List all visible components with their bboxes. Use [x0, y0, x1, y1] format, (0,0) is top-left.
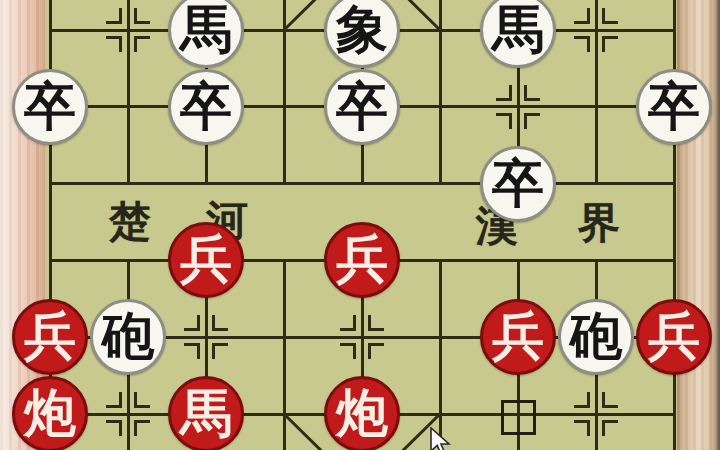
piece-glyph: 象: [336, 4, 388, 56]
position-marker: [496, 85, 540, 129]
piece-red-兵[interactable]: 兵: [324, 222, 400, 298]
piece-glyph: 兵: [336, 234, 388, 286]
piece-black-卒[interactable]: 卒: [324, 69, 400, 145]
piece-red-兵[interactable]: 兵: [480, 299, 556, 375]
piece-red-兵[interactable]: 兵: [168, 222, 244, 298]
piece-glyph: 炮: [24, 388, 76, 440]
position-marker: [106, 392, 150, 436]
position-marker: [340, 315, 384, 359]
position-marker: [574, 8, 618, 52]
piece-glyph: 卒: [336, 81, 388, 133]
xiangqi-video-frame: 楚河漢界 馬象馬卒卒卒卒卒砲砲兵兵兵兵兵炮馬炮: [0, 0, 720, 450]
piece-black-卒[interactable]: 卒: [480, 146, 556, 222]
piece-black-卒[interactable]: 卒: [636, 69, 712, 145]
piece-red-馬[interactable]: 馬: [168, 376, 244, 450]
mouse-cursor-icon: [430, 427, 456, 450]
river-label: 界: [578, 202, 620, 244]
piece-black-卒[interactable]: 卒: [12, 69, 88, 145]
position-marker: [184, 315, 228, 359]
piece-glyph: 兵: [24, 311, 76, 363]
piece-glyph: 兵: [648, 311, 700, 363]
piece-glyph: 卒: [24, 81, 76, 133]
piece-glyph: 兵: [180, 234, 232, 286]
piece-red-兵[interactable]: 兵: [12, 299, 88, 375]
piece-red-炮[interactable]: 炮: [324, 376, 400, 450]
river-label: 楚: [109, 201, 151, 243]
position-marker: [574, 392, 618, 436]
piece-glyph: 馬: [492, 4, 544, 56]
last-move-marker: [501, 400, 536, 435]
piece-black-卒[interactable]: 卒: [168, 69, 244, 145]
piece-black-砲[interactable]: 砲: [90, 299, 166, 375]
piece-glyph: 馬: [180, 4, 232, 56]
piece-glyph: 砲: [570, 311, 622, 363]
piece-glyph: 馬: [180, 388, 232, 440]
piece-glyph: 炮: [336, 388, 388, 440]
piece-glyph: 兵: [492, 311, 544, 363]
piece-black-砲[interactable]: 砲: [558, 299, 634, 375]
piece-red-兵[interactable]: 兵: [636, 299, 712, 375]
piece-glyph: 卒: [648, 81, 700, 133]
piece-red-炮[interactable]: 炮: [12, 376, 88, 450]
piece-glyph: 砲: [102, 311, 154, 363]
position-marker: [106, 8, 150, 52]
piece-glyph: 卒: [492, 158, 544, 210]
piece-glyph: 卒: [180, 81, 232, 133]
